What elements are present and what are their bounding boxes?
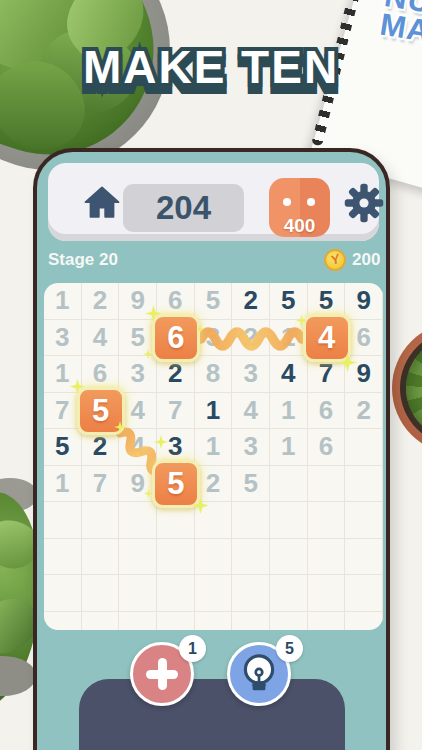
powerup-tray: [79, 679, 345, 750]
grid-cell[interactable]: 4: [232, 393, 270, 430]
grid-cell: [82, 575, 120, 612]
grid-cell[interactable]: 8: [195, 356, 233, 393]
coin-icon: Y: [324, 249, 346, 271]
settings-button[interactable]: [342, 181, 386, 225]
grid-cell[interactable]: 5: [232, 466, 270, 503]
grid-cell[interactable]: 5: [44, 429, 82, 466]
grid-cell[interactable]: 4: [82, 320, 120, 357]
home-button[interactable]: [80, 181, 124, 225]
home-icon: [80, 181, 124, 225]
grid-cell: [308, 612, 346, 631]
grid-cell: [119, 539, 157, 576]
grid-cell[interactable]: 1: [195, 429, 233, 466]
grid-cell: [119, 612, 157, 631]
grid-cell[interactable]: 5: [195, 283, 233, 320]
add-tiles-badge: 1: [179, 635, 206, 662]
grid-cell[interactable]: 6: [308, 429, 346, 466]
mascot-eye: [307, 198, 315, 206]
grid-cell: [44, 612, 82, 631]
grid-cell: [345, 429, 383, 466]
grid-cell: [232, 502, 270, 539]
grid-cell: [308, 502, 346, 539]
grid-cell: [157, 575, 195, 612]
grid-cell: [195, 612, 233, 631]
grid-cell: [308, 466, 346, 503]
grid-cell: [345, 575, 383, 612]
grid-cell: [270, 612, 308, 631]
hint-badge: 5: [276, 635, 303, 662]
grid-cell[interactable]: 4: [119, 393, 157, 430]
score-display: 204: [123, 184, 244, 232]
grid-cell[interactable]: 3: [232, 429, 270, 466]
grid-cell: [345, 612, 383, 631]
grid-cell[interactable]: 2: [82, 283, 120, 320]
grid-cell: [82, 612, 120, 631]
grid-cell[interactable]: 2: [232, 320, 270, 357]
grid-cell: [44, 539, 82, 576]
game-board: 1296525593453216163283479747141625243131…: [44, 283, 383, 630]
grid-cell[interactable]: 4: [270, 356, 308, 393]
stage-status-row: Stage 20 Y 200: [48, 248, 379, 272]
grid-cell[interactable]: 1: [270, 393, 308, 430]
grid-cell: [270, 466, 308, 503]
grid-cell[interactable]: 1: [44, 466, 82, 503]
coin-count: 200: [352, 250, 380, 270]
grid-cell: [157, 539, 195, 576]
grid-cell[interactable]: 3: [195, 320, 233, 357]
grid-cell[interactable]: 5: [270, 283, 308, 320]
grid-cell[interactable]: 3: [44, 320, 82, 357]
plant-pot-base-bottom-left: [0, 656, 36, 696]
selected-tile[interactable]: 6: [152, 314, 200, 362]
grid-cell: [308, 539, 346, 576]
grid-cell: [82, 539, 120, 576]
plus-icon: [158, 658, 167, 690]
header-bar: 204 400: [48, 163, 379, 241]
game-title: MAKE TEN MAKE TEN MAKE TEN: [0, 40, 422, 110]
grid-cell[interactable]: 2: [195, 466, 233, 503]
grid-cell: [232, 612, 270, 631]
grid-cell[interactable]: 6: [308, 393, 346, 430]
mascot-count: 400: [269, 215, 330, 237]
selected-tile[interactable]: 5: [152, 460, 200, 508]
mascot-booster-button[interactable]: 400: [269, 178, 330, 237]
grid-cell: [345, 466, 383, 503]
grid-cell: [270, 502, 308, 539]
grid-cell: [270, 575, 308, 612]
grid-cell: [270, 539, 308, 576]
grid-cell: [82, 502, 120, 539]
grid-cell: [119, 502, 157, 539]
grid-cell: [195, 575, 233, 612]
grid-cell: [345, 502, 383, 539]
selected-tile[interactable]: 4: [303, 314, 351, 362]
grid-cell: [232, 575, 270, 612]
grid-cell[interactable]: 7: [82, 466, 120, 503]
grid-cell[interactable]: 2: [345, 393, 383, 430]
grid-cell[interactable]: 9: [345, 283, 383, 320]
grid-cell[interactable]: 2: [232, 283, 270, 320]
grid-cell[interactable]: 3: [232, 356, 270, 393]
gear-icon: [342, 181, 386, 225]
grid-cell: [195, 539, 233, 576]
phone-frame: 204 400 S: [33, 148, 390, 750]
grid-cell: [308, 575, 346, 612]
stage-label: Stage 20: [48, 250, 118, 270]
grid-cell[interactable]: 1: [44, 283, 82, 320]
title-text: MAKE TEN: [0, 40, 422, 110]
grid-cell[interactable]: 1: [195, 393, 233, 430]
grid-cell[interactable]: 1: [270, 429, 308, 466]
grid-cell[interactable]: 3: [119, 356, 157, 393]
grid-cell: [345, 539, 383, 576]
coin-glyph: Y: [329, 251, 342, 268]
grid-cell: [119, 575, 157, 612]
grid-cell: [44, 575, 82, 612]
grid-cell: [157, 612, 195, 631]
mascot-eye: [283, 198, 291, 206]
grid-cell[interactable]: 6: [345, 320, 383, 357]
grid-cell: [44, 502, 82, 539]
grid-cell: [232, 539, 270, 576]
grid-cell[interactable]: 4: [119, 429, 157, 466]
grid-cell[interactable]: 7: [157, 393, 195, 430]
